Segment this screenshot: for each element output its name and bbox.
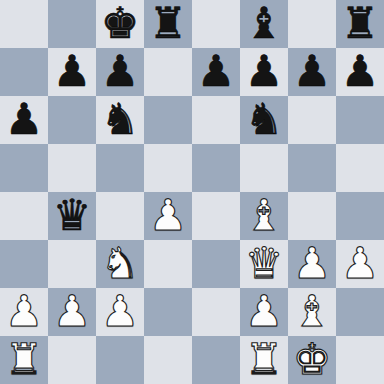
square-e6[interactable] [192,96,240,144]
piece-black-knight[interactable]: ♞ [245,95,284,143]
square-e7[interactable]: ♟ [192,48,240,96]
piece-white-pawn[interactable]: ♟ [293,239,332,287]
square-c4[interactable] [96,192,144,240]
piece-black-pawn[interactable]: ♟ [341,47,380,95]
piece-black-pawn[interactable]: ♟ [53,47,92,95]
piece-black-pawn[interactable]: ♟ [245,47,284,95]
square-c7[interactable]: ♟ [96,48,144,96]
square-h3[interactable]: ♟ [336,240,384,288]
square-d4[interactable]: ♟ [144,192,192,240]
piece-black-pawn[interactable]: ♟ [5,95,44,143]
square-a5[interactable] [0,144,48,192]
piece-black-queen[interactable]: ♛ [53,191,92,239]
square-f4[interactable]: ♝ [240,192,288,240]
piece-white-queen[interactable]: ♛ [245,239,284,287]
square-f6[interactable]: ♞ [240,96,288,144]
square-f8[interactable]: ♝ [240,0,288,48]
square-h4[interactable] [336,192,384,240]
square-a1[interactable]: ♜ [0,336,48,384]
square-g7[interactable]: ♟ [288,48,336,96]
piece-white-pawn[interactable]: ♟ [101,287,140,335]
square-c2[interactable]: ♟ [96,288,144,336]
square-b7[interactable]: ♟ [48,48,96,96]
square-d1[interactable] [144,336,192,384]
piece-black-king[interactable]: ♚ [101,0,140,47]
square-d3[interactable] [144,240,192,288]
piece-white-pawn[interactable]: ♟ [149,191,188,239]
square-c3[interactable]: ♞ [96,240,144,288]
piece-black-knight[interactable]: ♞ [101,95,140,143]
piece-white-rook[interactable]: ♜ [245,335,284,383]
square-b6[interactable] [48,96,96,144]
square-a7[interactable] [0,48,48,96]
square-h8[interactable]: ♜ [336,0,384,48]
square-e4[interactable] [192,192,240,240]
piece-black-rook[interactable]: ♜ [149,0,188,47]
square-h6[interactable] [336,96,384,144]
square-h7[interactable]: ♟ [336,48,384,96]
piece-black-bishop[interactable]: ♝ [245,0,284,47]
square-g5[interactable] [288,144,336,192]
piece-white-knight[interactable]: ♞ [101,239,140,287]
square-a2[interactable]: ♟ [0,288,48,336]
piece-white-bishop[interactable]: ♝ [293,287,332,335]
square-c5[interactable] [96,144,144,192]
piece-white-king[interactable]: ♚ [293,335,332,383]
piece-black-pawn[interactable]: ♟ [197,47,236,95]
square-b1[interactable] [48,336,96,384]
square-d7[interactable] [144,48,192,96]
square-h1[interactable] [336,336,384,384]
piece-black-rook[interactable]: ♜ [341,0,380,47]
piece-black-pawn[interactable]: ♟ [101,47,140,95]
square-f3[interactable]: ♛ [240,240,288,288]
square-e8[interactable] [192,0,240,48]
square-b8[interactable] [48,0,96,48]
piece-black-pawn[interactable]: ♟ [293,47,332,95]
piece-white-rook[interactable]: ♜ [5,335,44,383]
piece-white-pawn[interactable]: ♟ [53,287,92,335]
square-d8[interactable]: ♜ [144,0,192,48]
square-b2[interactable]: ♟ [48,288,96,336]
square-c8[interactable]: ♚ [96,0,144,48]
square-g6[interactable] [288,96,336,144]
square-b5[interactable] [48,144,96,192]
square-g4[interactable] [288,192,336,240]
square-e3[interactable] [192,240,240,288]
square-a8[interactable] [0,0,48,48]
square-f5[interactable] [240,144,288,192]
square-h2[interactable] [336,288,384,336]
square-f7[interactable]: ♟ [240,48,288,96]
square-a4[interactable] [0,192,48,240]
square-f2[interactable]: ♟ [240,288,288,336]
square-h5[interactable] [336,144,384,192]
square-g3[interactable]: ♟ [288,240,336,288]
piece-white-bishop[interactable]: ♝ [245,191,284,239]
piece-white-pawn[interactable]: ♟ [245,287,284,335]
square-e1[interactable] [192,336,240,384]
square-d6[interactable] [144,96,192,144]
square-e2[interactable] [192,288,240,336]
square-c6[interactable]: ♞ [96,96,144,144]
square-e5[interactable] [192,144,240,192]
square-b3[interactable] [48,240,96,288]
chess-board: ♚♜♝♜♟♟♟♟♟♟♟♞♞♛♟♝♞♛♟♟♟♟♟♟♝♜♜♚ [0,0,384,384]
piece-white-pawn[interactable]: ♟ [5,287,44,335]
square-c1[interactable] [96,336,144,384]
square-g8[interactable] [288,0,336,48]
square-g1[interactable]: ♚ [288,336,336,384]
piece-white-pawn[interactable]: ♟ [341,239,380,287]
square-f1[interactable]: ♜ [240,336,288,384]
square-a6[interactable]: ♟ [0,96,48,144]
square-d5[interactable] [144,144,192,192]
square-g2[interactable]: ♝ [288,288,336,336]
square-d2[interactable] [144,288,192,336]
square-b4[interactable]: ♛ [48,192,96,240]
square-a3[interactable] [0,240,48,288]
